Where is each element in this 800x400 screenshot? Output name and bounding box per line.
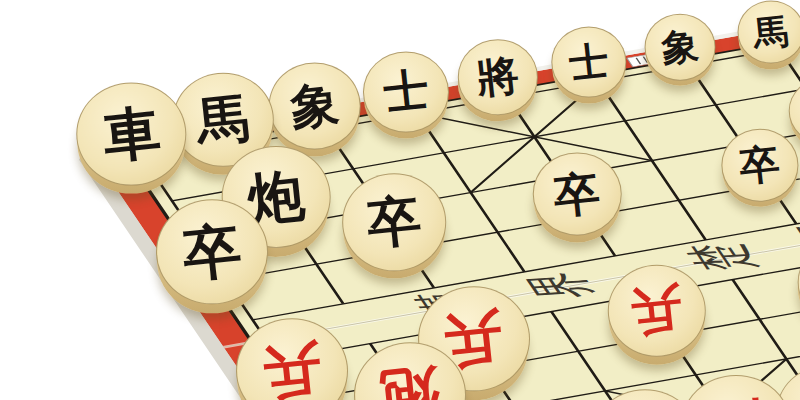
piece-face: 卒	[342, 174, 446, 271]
piece-black-soldier[interactable]: 卒	[721, 129, 798, 202]
piece-face: 兵	[607, 264, 705, 357]
piece-glyph: 卒	[180, 220, 244, 284]
piece-black-advisor[interactable]: 士	[551, 27, 626, 98]
piece-face: 炮	[354, 342, 466, 400]
piece-black-advisor[interactable]: 士	[363, 51, 449, 132]
piece-black-soldier[interactable]: 卒	[156, 200, 268, 305]
piece-glyph: 帥	[704, 395, 767, 400]
piece-glyph: 馬	[752, 13, 790, 51]
piece-face: 卒	[156, 200, 268, 305]
piece-face: 象	[268, 62, 361, 149]
piece-face: 卒	[533, 153, 621, 236]
piece-face: 車	[77, 82, 186, 185]
piece-face: 馬	[738, 1, 800, 64]
piece-face: 將	[457, 39, 537, 115]
piece-red-cannon[interactable]: 炮	[354, 342, 466, 400]
piece-black-soldier[interactable]: 卒	[533, 153, 621, 236]
piece-glyph: 馬	[194, 91, 251, 148]
piece-glyph: 炮	[378, 363, 442, 400]
piece-black-soldier[interactable]: 卒	[342, 174, 446, 271]
piece-glyph: 卒	[738, 143, 782, 187]
piece-face: 士	[551, 27, 626, 98]
piece-face: 仕	[589, 390, 701, 400]
piece-red-advisor[interactable]: 仕	[589, 390, 701, 400]
piece-face: 士	[363, 51, 449, 132]
piece-black-horse[interactable]: 馬	[738, 1, 800, 64]
piece-glyph: 象	[660, 27, 701, 68]
piece-glyph: 士	[382, 67, 431, 116]
piece-red-soldier[interactable]: 兵	[236, 319, 348, 400]
piece-black-general[interactable]: 將	[457, 39, 537, 115]
piece-glyph: 卒	[364, 193, 423, 252]
photo-stage: 漢 界 楚 河 車馬象士將士象馬車炮炮卒卒卒卒卒兵兵兵兵兵炮炮車馬相仕帥仕相馬車	[0, 0, 800, 400]
piece-glyph: 象	[288, 79, 341, 132]
piece-black-elephant[interactable]: 象	[268, 62, 361, 149]
piece-glyph: 兵	[260, 339, 324, 400]
piece-face: 卒	[721, 129, 798, 202]
piece-black-chariot[interactable]: 車	[77, 82, 186, 185]
piece-face: 象	[644, 14, 715, 81]
piece-glyph: 兵	[628, 283, 684, 339]
piece-glyph: 車	[100, 102, 163, 165]
piece-glyph: 卒	[552, 169, 603, 220]
piece-face: 兵	[236, 319, 348, 400]
piece-red-soldier[interactable]: 兵	[607, 264, 705, 357]
piece-glyph: 士	[567, 41, 610, 84]
piece-glyph: 將	[475, 54, 521, 100]
piece-black-elephant[interactable]: 象	[644, 14, 715, 81]
